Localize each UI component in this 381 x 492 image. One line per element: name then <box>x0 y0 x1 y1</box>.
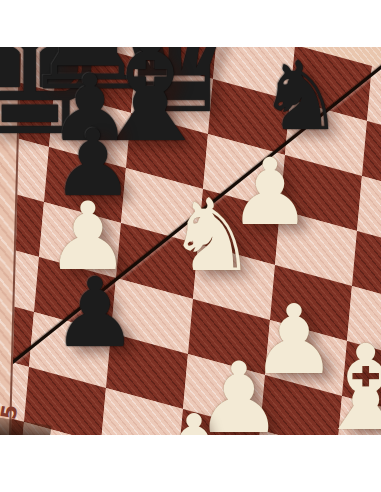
board-photo: 5 ♚♜♛♝♞♟♟♟♟♞♟♟♟♝♟♟ <box>0 47 381 435</box>
white-band-bottom <box>0 435 381 492</box>
white-pawn-e3[interactable]: ♟ <box>229 147 311 239</box>
black-knight-e1[interactable]: ♞ <box>258 49 343 144</box>
white-pawn-e7[interactable]: ♟ <box>225 426 311 435</box>
white-band-top <box>0 0 381 47</box>
black-pawn-b5[interactable]: ♟ <box>52 265 138 361</box>
white-bishop-f6[interactable]: ♝ <box>313 329 381 435</box>
product-photo: 5 ♚♜♛♝♞♟♟♟♟♞♟♟♟♝♟♟ <box>0 0 381 492</box>
